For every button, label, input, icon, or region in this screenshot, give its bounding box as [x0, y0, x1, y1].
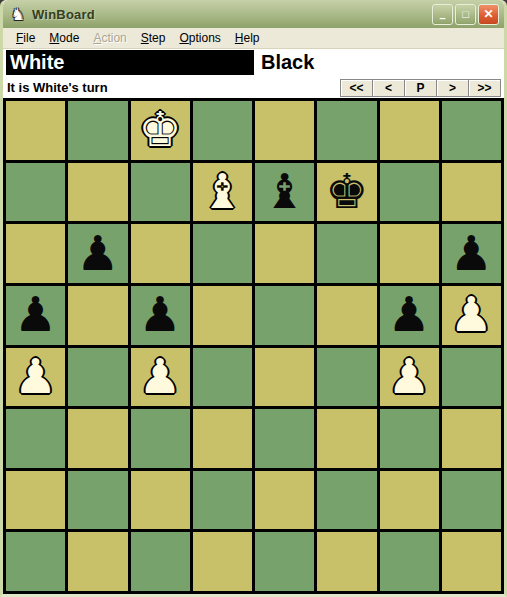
square-e7[interactable]: ♝: [255, 163, 314, 222]
nav-button-group: << < P > >>: [340, 79, 501, 97]
window-controls: – □ ✕: [432, 4, 499, 25]
square-h2[interactable]: [442, 471, 501, 530]
square-f1[interactable]: [317, 532, 376, 591]
white-king[interactable]: ♚: [139, 105, 182, 153]
square-f3[interactable]: [317, 409, 376, 468]
square-h6[interactable]: ♟: [442, 224, 501, 283]
square-b5[interactable]: [68, 286, 127, 345]
white-clock-label[interactable]: White: [6, 50, 254, 75]
square-d1[interactable]: [193, 532, 252, 591]
white-pawn[interactable]: ♟: [14, 352, 57, 400]
square-a3[interactable]: [6, 409, 65, 468]
square-g3[interactable]: [380, 409, 439, 468]
menu-mode[interactable]: Mode: [42, 29, 86, 47]
square-d4[interactable]: [193, 348, 252, 407]
black-king[interactable]: ♚: [325, 167, 368, 215]
square-d3[interactable]: [193, 409, 252, 468]
square-d2[interactable]: [193, 471, 252, 530]
status-row: It is White's turn << < P > >>: [3, 77, 504, 98]
back-button[interactable]: <: [373, 80, 405, 96]
square-a2[interactable]: [6, 471, 65, 530]
square-e4[interactable]: [255, 348, 314, 407]
square-f5[interactable]: [317, 286, 376, 345]
square-b8[interactable]: [68, 101, 127, 160]
square-h3[interactable]: [442, 409, 501, 468]
square-b4[interactable]: [68, 348, 127, 407]
square-h5[interactable]: ♟: [442, 286, 501, 345]
to-start-button[interactable]: <<: [341, 80, 373, 96]
knight-icon: ♞: [9, 5, 27, 23]
menu-bar: File Mode Action Step Options Help: [3, 28, 504, 49]
square-e1[interactable]: [255, 532, 314, 591]
black-pawn[interactable]: ♟: [76, 229, 119, 277]
title-bar[interactable]: ♞ WinBoard – □ ✕: [3, 0, 504, 28]
white-pawn[interactable]: ♟: [450, 290, 493, 338]
square-b3[interactable]: [68, 409, 127, 468]
square-e2[interactable]: [255, 471, 314, 530]
square-a6[interactable]: [6, 224, 65, 283]
square-e6[interactable]: [255, 224, 314, 283]
square-f7[interactable]: ♚: [317, 163, 376, 222]
square-h8[interactable]: [442, 101, 501, 160]
square-a1[interactable]: [6, 532, 65, 591]
winboard-window: ♞ WinBoard – □ ✕ File Mode Action Step O…: [0, 0, 507, 597]
minimize-icon: –: [439, 12, 445, 24]
maximize-button[interactable]: □: [455, 4, 476, 25]
window-title: WinBoard: [32, 7, 432, 22]
square-a5[interactable]: ♟: [6, 286, 65, 345]
square-g4[interactable]: ♟: [380, 348, 439, 407]
square-h4[interactable]: [442, 348, 501, 407]
square-h7[interactable]: [442, 163, 501, 222]
menu-options[interactable]: Options: [172, 29, 227, 47]
square-c6[interactable]: [131, 224, 190, 283]
square-g7[interactable]: [380, 163, 439, 222]
black-pawn[interactable]: ♟: [14, 290, 57, 338]
square-c5[interactable]: ♟: [131, 286, 190, 345]
square-g2[interactable]: [380, 471, 439, 530]
chess-board: ♚♝♝♚♟♟♟♟♟♟♟♟♟: [3, 98, 504, 594]
square-b7[interactable]: [68, 163, 127, 222]
forward-button[interactable]: >: [437, 80, 469, 96]
menu-help[interactable]: Help: [228, 29, 267, 47]
black-bishop[interactable]: ♝: [263, 167, 306, 215]
square-d5[interactable]: [193, 286, 252, 345]
square-f6[interactable]: [317, 224, 376, 283]
square-d6[interactable]: [193, 224, 252, 283]
white-pawn[interactable]: ♟: [388, 352, 431, 400]
square-d7[interactable]: ♝: [193, 163, 252, 222]
square-g6[interactable]: [380, 224, 439, 283]
white-pawn[interactable]: ♟: [139, 352, 182, 400]
square-c3[interactable]: [131, 409, 190, 468]
square-c4[interactable]: ♟: [131, 348, 190, 407]
square-e5[interactable]: [255, 286, 314, 345]
menu-file[interactable]: File: [9, 29, 42, 47]
square-f4[interactable]: [317, 348, 376, 407]
square-g5[interactable]: ♟: [380, 286, 439, 345]
black-clock-label[interactable]: Black: [261, 50, 314, 75]
square-a4[interactable]: ♟: [6, 348, 65, 407]
square-a7[interactable]: [6, 163, 65, 222]
square-a8[interactable]: [6, 101, 65, 160]
square-d8[interactable]: [193, 101, 252, 160]
to-end-button[interactable]: >>: [469, 80, 501, 96]
square-e3[interactable]: [255, 409, 314, 468]
black-pawn[interactable]: ♟: [139, 290, 182, 338]
square-g1[interactable]: [380, 532, 439, 591]
pause-button[interactable]: P: [405, 80, 437, 96]
menu-action: Action: [86, 29, 133, 47]
square-e8[interactable]: [255, 101, 314, 160]
clock-row: White Black: [3, 49, 504, 77]
close-icon: ✕: [483, 7, 493, 21]
square-f2[interactable]: [317, 471, 376, 530]
black-pawn[interactable]: ♟: [388, 290, 431, 338]
square-b1[interactable]: [68, 532, 127, 591]
square-c8[interactable]: ♚: [131, 101, 190, 160]
square-h1[interactable]: [442, 532, 501, 591]
square-b2[interactable]: [68, 471, 127, 530]
menu-step[interactable]: Step: [134, 29, 173, 47]
square-b6[interactable]: ♟: [68, 224, 127, 283]
status-message: It is White's turn: [7, 80, 108, 95]
square-c1[interactable]: [131, 532, 190, 591]
square-f8[interactable]: [317, 101, 376, 160]
close-button[interactable]: ✕: [478, 4, 499, 25]
black-pawn[interactable]: ♟: [450, 229, 493, 277]
maximize-icon: □: [462, 8, 469, 20]
square-c7[interactable]: [131, 163, 190, 222]
square-g8[interactable]: [380, 101, 439, 160]
white-bishop[interactable]: ♝: [201, 167, 244, 215]
minimize-button[interactable]: –: [432, 4, 453, 25]
square-c2[interactable]: [131, 471, 190, 530]
